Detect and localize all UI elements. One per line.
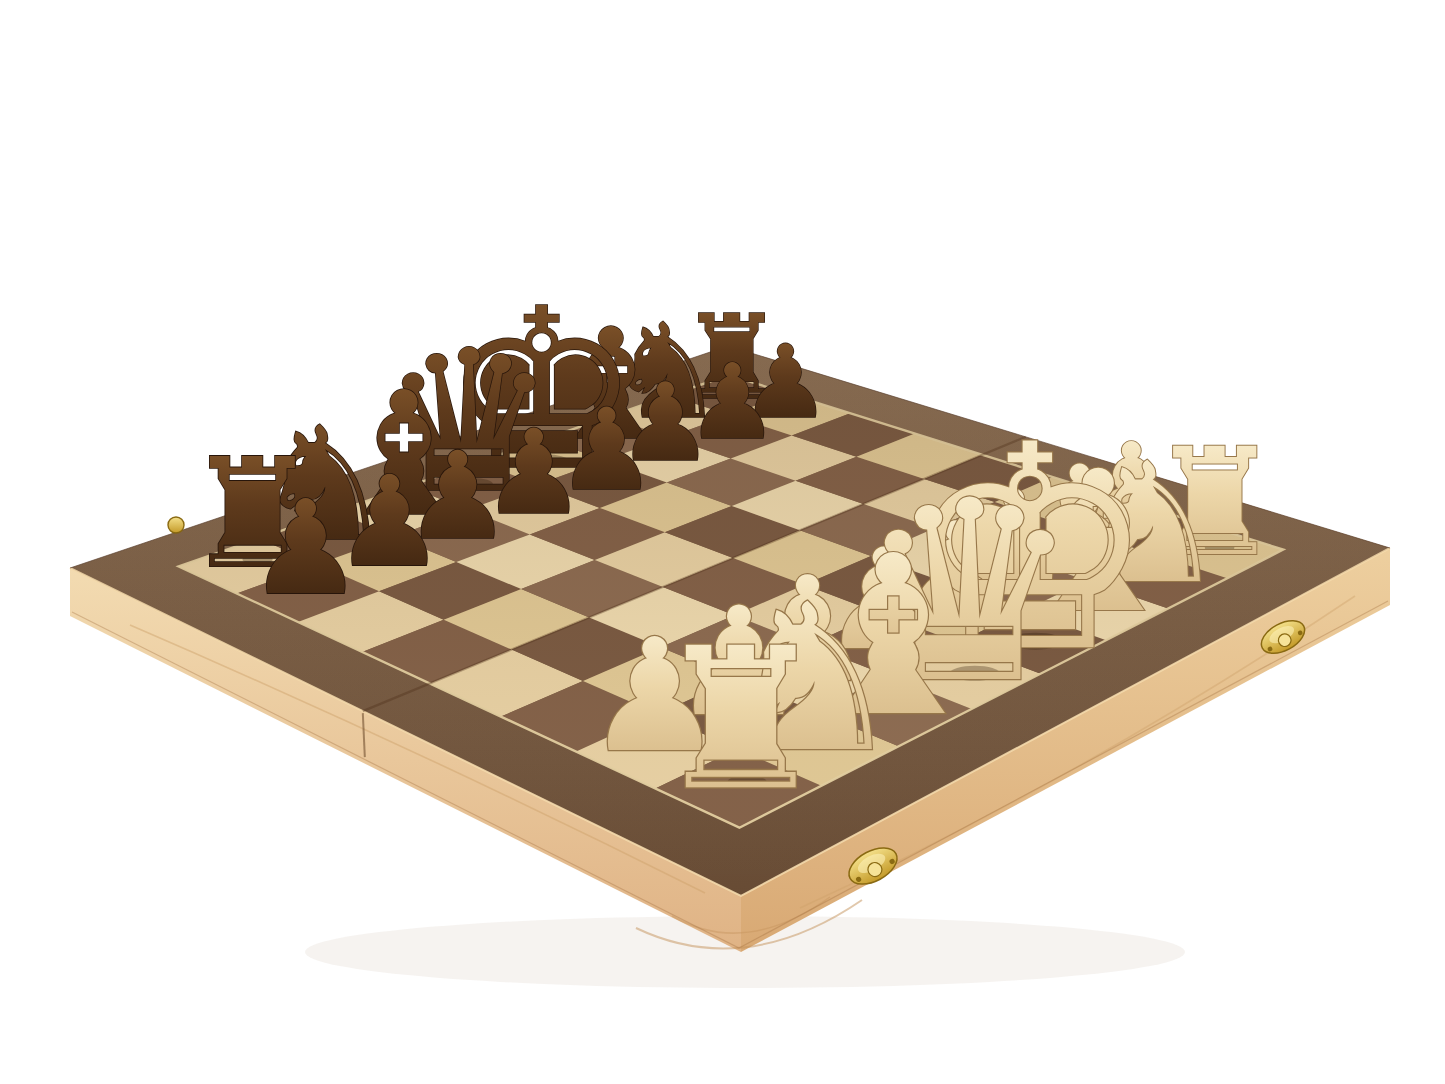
black-pawn-a7: ♟ xyxy=(248,472,365,624)
brass-hinge-knob xyxy=(168,517,184,533)
white-rook-a1: ♜ xyxy=(653,606,828,833)
board-svg: ♜♟♞♟♝♟♚♟♛♟♝♟♟♞♜♟♟♜♞♟♟♝♟♚♟♛♟♝♟♞♟♜ xyxy=(0,0,1445,1084)
chess-set-photo: ♜♟♞♟♝♟♚♟♛♟♝♟♟♞♜♟♟♜♞♟♟♝♟♚♟♛♟♝♟♞♟♜ xyxy=(0,0,1445,1084)
